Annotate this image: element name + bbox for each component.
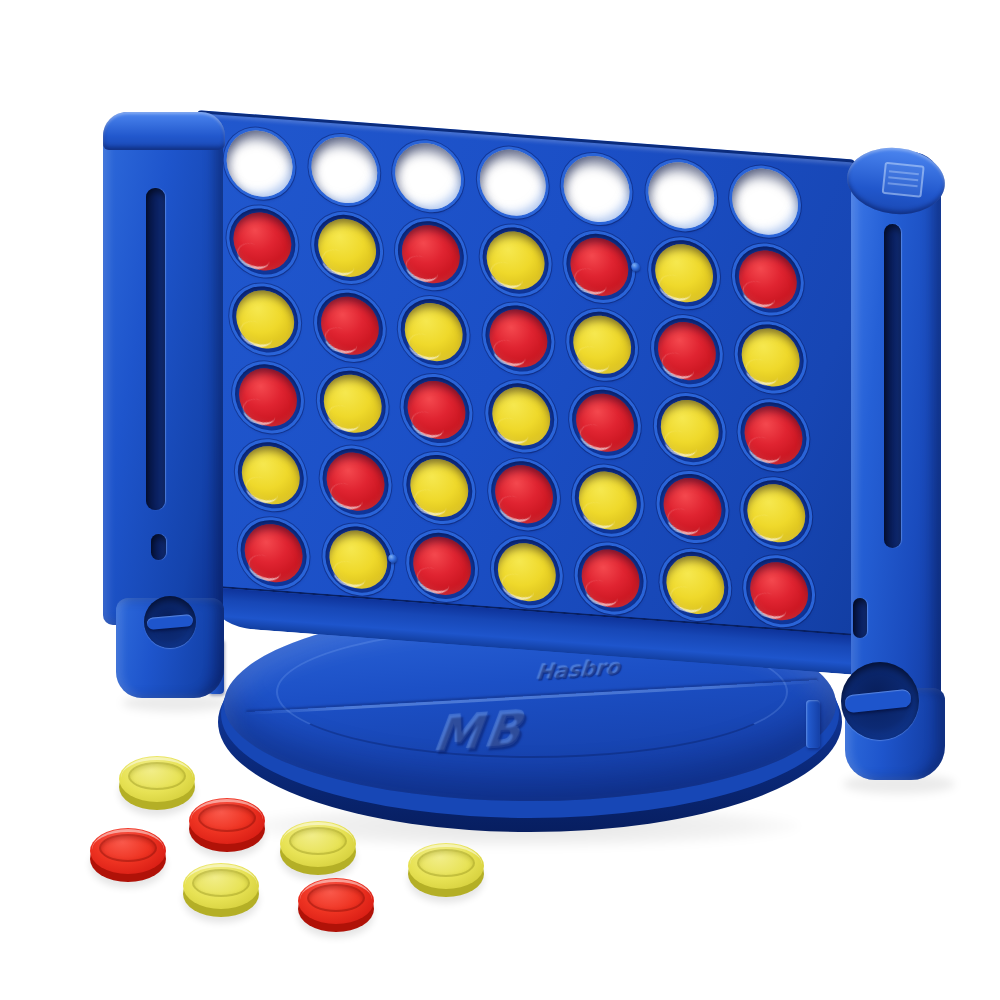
red-disc <box>581 547 641 609</box>
cell-r4-c3 <box>393 368 480 452</box>
red-disc <box>575 392 635 454</box>
yellow-disc <box>241 444 301 506</box>
filled-hole <box>237 440 305 511</box>
red-disc <box>570 236 630 298</box>
filled-hole <box>655 394 723 465</box>
loose-disc-face <box>280 821 356 867</box>
cell-r5-c3 <box>396 446 483 530</box>
loose-red-disc <box>298 878 374 932</box>
filled-hole <box>487 381 555 452</box>
cell-r3-c4 <box>475 296 562 380</box>
cell-r4-c4 <box>477 374 564 458</box>
cell-r2-c2 <box>303 206 390 290</box>
yellow-disc <box>328 528 388 590</box>
cell-r6-c4 <box>483 530 570 614</box>
filled-hole <box>313 212 381 283</box>
cell-r2-c4 <box>472 218 559 302</box>
yellow-disc <box>404 301 464 363</box>
cell-r4-c2 <box>309 362 396 446</box>
hole-grid <box>216 121 823 633</box>
empty-hole <box>478 147 546 218</box>
cell-r6-c5 <box>567 536 654 620</box>
right-pillar-notch <box>841 662 919 740</box>
filled-hole <box>490 459 558 530</box>
empty-hole <box>310 135 378 206</box>
right-pillar-hook <box>844 689 912 714</box>
filled-hole <box>566 231 634 302</box>
cell-r1-c7 <box>722 160 809 244</box>
cell-r3-c2 <box>306 284 393 368</box>
cell-r6-c3 <box>399 524 486 608</box>
empty-hole <box>226 128 294 199</box>
cell-r6-c6 <box>652 543 739 627</box>
cell-r5-c2 <box>312 440 399 524</box>
red-disc <box>488 307 548 369</box>
hasbro-logo-emboss <box>882 162 925 198</box>
cell-r4-c6 <box>646 387 733 471</box>
cell-r1-c1 <box>216 121 303 205</box>
left-pillar-slot-small <box>151 534 166 560</box>
game-board-panel <box>196 110 875 674</box>
filled-hole <box>745 556 813 627</box>
red-disc <box>662 476 722 538</box>
filled-hole <box>484 303 552 374</box>
product-photo-stage: Hasbro MB <box>0 0 1000 1000</box>
loose-disc-face <box>298 878 374 924</box>
left-pillar-notch <box>144 596 196 648</box>
yellow-disc <box>578 470 638 532</box>
filled-hole <box>653 316 721 387</box>
filled-hole <box>493 537 561 608</box>
red-disc <box>244 522 304 584</box>
filled-hole <box>574 465 642 536</box>
filled-hole <box>481 225 549 296</box>
yellow-disc <box>317 217 377 279</box>
cell-r5-c4 <box>480 452 567 536</box>
loose-red-disc <box>189 798 265 852</box>
cell-r4-c1 <box>225 355 312 439</box>
yellow-disc <box>572 314 632 376</box>
yellow-disc <box>410 457 470 519</box>
yellow-disc <box>235 288 295 350</box>
cell-r2-c7 <box>725 237 812 321</box>
empty-hole <box>731 166 799 237</box>
loose-yellow-disc <box>119 756 195 810</box>
filled-hole <box>397 219 465 290</box>
yellow-disc <box>497 541 557 603</box>
cell-r3-c5 <box>559 303 646 387</box>
filled-hole <box>316 290 384 361</box>
cell-r4-c5 <box>562 381 649 465</box>
cell-r2-c6 <box>640 231 727 315</box>
red-disc <box>238 366 298 428</box>
red-disc <box>744 404 804 466</box>
yellow-disc <box>323 373 383 435</box>
cell-r3-c6 <box>643 309 730 393</box>
filled-hole <box>400 297 468 368</box>
red-disc <box>738 248 798 310</box>
loose-red-disc <box>90 828 166 882</box>
red-disc <box>407 379 467 441</box>
cell-r6-c7 <box>736 549 823 633</box>
cell-r1-c4 <box>469 141 556 225</box>
red-disc <box>401 223 461 285</box>
cell-r1-c6 <box>638 153 725 237</box>
red-disc <box>320 295 380 357</box>
filled-hole <box>734 244 802 315</box>
filled-hole <box>234 362 302 433</box>
cell-r3-c7 <box>727 315 814 399</box>
filled-hole <box>650 238 718 309</box>
mold-pin <box>631 262 640 272</box>
cell-r1-c5 <box>553 147 640 231</box>
loose-disc-face <box>119 756 195 802</box>
cell-r6-c1 <box>230 511 317 595</box>
yellow-disc <box>660 398 720 460</box>
left-pillar-hook <box>147 614 194 630</box>
filled-hole <box>740 400 808 471</box>
filled-hole <box>571 387 639 458</box>
cell-r5-c1 <box>228 433 315 517</box>
filled-hole <box>231 284 299 355</box>
yellow-disc <box>741 326 801 388</box>
loose-disc-face <box>189 798 265 844</box>
filled-hole <box>321 446 389 517</box>
loose-disc-face <box>90 828 166 874</box>
filled-hole <box>318 368 386 439</box>
filled-hole <box>240 518 308 589</box>
empty-hole <box>394 141 462 212</box>
yellow-disc <box>491 385 551 447</box>
filled-hole <box>658 472 726 543</box>
yellow-disc <box>654 242 714 304</box>
filled-hole <box>403 375 471 446</box>
cell-r5-c5 <box>565 459 652 543</box>
base-right-latch <box>806 700 820 748</box>
loose-disc-face <box>408 843 484 889</box>
loose-yellow-disc <box>183 863 259 917</box>
red-disc <box>657 320 717 382</box>
base-monogram-emboss: MB <box>430 701 528 764</box>
red-disc <box>233 210 293 272</box>
yellow-disc <box>665 554 725 616</box>
filled-hole <box>568 309 636 380</box>
red-disc <box>412 535 472 597</box>
yellow-disc <box>747 482 807 544</box>
cell-r4-c7 <box>730 393 817 477</box>
filled-hole <box>661 549 729 620</box>
red-disc <box>325 450 385 512</box>
yellow-disc <box>485 229 545 291</box>
filled-hole <box>737 322 805 393</box>
empty-hole <box>647 160 715 231</box>
cell-r2-c3 <box>388 212 475 296</box>
loose-disc-face <box>183 863 259 909</box>
left-pillar-slot <box>146 188 165 510</box>
cell-r1-c3 <box>385 134 472 218</box>
cell-r3-c1 <box>222 277 309 361</box>
cell-r3-c3 <box>390 290 477 374</box>
filled-hole <box>742 478 810 549</box>
filled-hole <box>405 453 473 524</box>
filled-hole <box>408 530 476 601</box>
cell-r2-c1 <box>219 199 306 283</box>
cell-r2-c5 <box>556 225 643 309</box>
loose-yellow-disc <box>408 843 484 897</box>
red-disc <box>494 463 554 525</box>
left-pillar-cap <box>103 112 225 150</box>
filled-hole <box>324 524 392 595</box>
empty-hole <box>563 154 631 225</box>
cell-r5-c7 <box>733 471 820 555</box>
filled-hole <box>577 543 645 614</box>
filled-hole <box>229 206 297 277</box>
cell-r5-c6 <box>649 465 736 549</box>
mold-pin <box>388 554 397 564</box>
red-disc <box>749 560 809 622</box>
cell-r1-c2 <box>301 128 388 212</box>
right-pillar-slot <box>884 224 901 548</box>
right-pillar-slot-small <box>853 598 867 638</box>
loose-yellow-disc <box>280 821 356 875</box>
